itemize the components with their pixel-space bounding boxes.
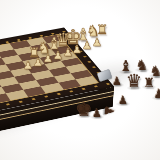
board-square	[0, 71, 14, 81]
board-square	[36, 77, 58, 87]
chess-set-product-photo: ♜♞♝♛♚♝♞♜♟♟♟♟♟♟♟♟♟♝♛♞♜♞♟♚♟♟♟	[0, 0, 160, 160]
piece-shadow	[142, 85, 157, 90]
board-square	[1, 83, 23, 93]
board-square	[58, 80, 80, 90]
board-square	[19, 80, 41, 90]
chess-piece-black-queen: ♛	[126, 72, 142, 90]
board-square	[6, 90, 28, 100]
chess-piece-black-pawn: ♟	[154, 88, 160, 100]
board-square	[53, 73, 75, 83]
board-square	[23, 86, 45, 96]
board-square	[41, 83, 63, 93]
piece-shadow	[127, 86, 142, 91]
board-square	[0, 77, 19, 87]
chess-piece-black-rook: ♜	[143, 76, 155, 89]
chess-piece-white-rook: ♜	[96, 23, 108, 36]
piece-shadow	[116, 102, 131, 107]
chess-piece-white-pawn: ♟	[92, 37, 102, 48]
board-square	[65, 64, 87, 74]
chess-piece-black-knight: ♞	[136, 58, 149, 72]
chess-piece-white-pawn: ♟	[82, 40, 92, 51]
board-square	[14, 73, 36, 83]
board-square	[70, 70, 92, 80]
board-square	[0, 80, 1, 90]
chess-piece-white-knight: ♞	[86, 24, 99, 39]
board-square	[0, 87, 6, 97]
piece-shadow	[90, 115, 105, 120]
piece-shadow	[149, 74, 161, 79]
piece-shadow	[152, 96, 161, 101]
piece-shadow	[135, 68, 150, 73]
chess-piece-black-pawn: ♟	[118, 95, 128, 106]
chess-piece-white-bishop: ♝	[76, 27, 90, 43]
chess-piece-black-knight: ♞	[150, 64, 160, 78]
board-square	[75, 76, 97, 86]
board-square	[32, 70, 54, 80]
board-square	[0, 94, 10, 105]
